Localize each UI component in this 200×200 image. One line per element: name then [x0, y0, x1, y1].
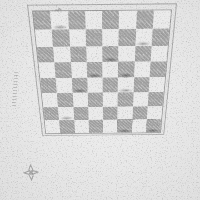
square-c1[interactable] — [74, 120, 89, 133]
square-f5[interactable]: ♛ — [118, 62, 134, 78]
square-h4[interactable] — [148, 77, 165, 92]
square-f2[interactable] — [118, 106, 133, 120]
square-d2[interactable] — [88, 106, 103, 120]
square-h1[interactable]: ♞ — [146, 119, 161, 132]
square-f1[interactable]: ♚ — [117, 120, 132, 133]
square-g3[interactable] — [133, 92, 149, 106]
scanned-chess-diagram: ♞♞♟♝♛♚♟♟♚♞ — [0, 0, 200, 200]
square-a8[interactable] — [33, 11, 52, 29]
square-d8[interactable] — [85, 11, 102, 29]
square-e1[interactable] — [103, 120, 118, 133]
square-c5[interactable] — [71, 62, 87, 78]
square-d7[interactable] — [85, 29, 102, 46]
square-a3[interactable] — [42, 93, 58, 107]
square-h5[interactable] — [149, 62, 166, 78]
square-e8[interactable] — [102, 11, 119, 29]
square-b8[interactable]: ♞ — [50, 11, 68, 29]
square-g1[interactable] — [132, 120, 147, 133]
chess-board: ♞♞♟♝♛♚♟♟♚♞ — [32, 9, 172, 134]
black-knight-shadow — [146, 129, 160, 132]
edge-marks-decoration — [12, 72, 19, 108]
square-a6[interactable] — [37, 46, 55, 62]
square-a4[interactable] — [40, 78, 57, 93]
square-d1[interactable] — [88, 120, 103, 133]
square-b2[interactable]: ♟ — [58, 107, 74, 121]
square-b6[interactable] — [53, 46, 70, 62]
square-g8[interactable] — [136, 11, 154, 29]
square-e2[interactable] — [103, 106, 118, 120]
square-h2[interactable] — [147, 106, 163, 120]
square-g5[interactable] — [134, 62, 151, 78]
square-d6[interactable] — [86, 46, 103, 62]
square-a5[interactable] — [39, 63, 56, 79]
square-d5[interactable]: ♝ — [86, 62, 102, 78]
square-h8[interactable] — [153, 10, 171, 28]
square-b5[interactable] — [55, 62, 72, 78]
square-c2[interactable] — [73, 107, 88, 121]
square-e3[interactable] — [103, 92, 118, 106]
square-g7[interactable]: ♞ — [135, 28, 152, 45]
square-c6[interactable] — [70, 46, 87, 62]
square-c8[interactable] — [68, 11, 86, 29]
square-g2[interactable] — [132, 106, 147, 120]
square-e6[interactable]: ♟ — [102, 46, 118, 62]
square-b4[interactable] — [56, 78, 72, 93]
square-f7[interactable] — [119, 29, 136, 46]
square-h3[interactable] — [147, 92, 163, 106]
square-f8[interactable] — [119, 11, 137, 29]
square-e7[interactable] — [102, 29, 119, 46]
black-king-shadow — [118, 129, 131, 132]
square-a2[interactable] — [43, 107, 59, 121]
compass-rose-icon — [22, 163, 39, 181]
square-h7[interactable] — [151, 28, 169, 45]
